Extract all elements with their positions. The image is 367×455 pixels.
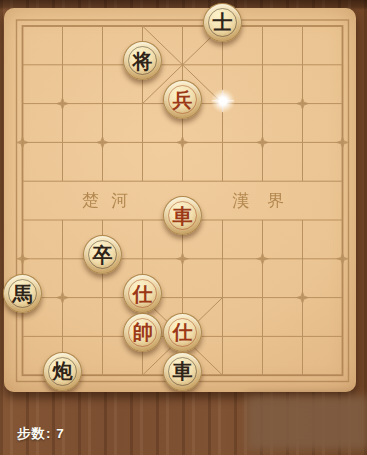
piece-black-general[interactable]: 将: [123, 45, 163, 84]
piece-black-soldier[interactable]: 卒: [83, 239, 123, 278]
piece-black-horse[interactable]: 馬: [3, 278, 43, 317]
last-move-sparkle-effect: [203, 84, 243, 123]
piece-red-advisor[interactable]: 仕: [123, 278, 163, 317]
sparkle-icon: [211, 89, 235, 113]
move-counter-value: 7: [56, 426, 65, 441]
piece-red-advisor[interactable]: 仕: [163, 317, 203, 356]
piece-glyph: 兵: [173, 90, 193, 110]
piece-glyph: 将: [133, 51, 153, 71]
piece-black-advisor[interactable]: 士: [203, 7, 243, 46]
xiangqi-game-screen: 楚河 漢界 士将兵車卒馬仕帥仕炮車 步数: 7: [0, 0, 367, 455]
piece-glyph: 馬: [13, 284, 33, 304]
piece-glyph: 車: [173, 206, 193, 226]
piece-black-cannon[interactable]: 炮: [43, 356, 83, 395]
piece-glyph: 士: [213, 12, 233, 32]
move-counter-label: 步数:: [17, 426, 52, 441]
piece-glyph: 仕: [173, 322, 193, 342]
piece-glyph: 車: [173, 361, 193, 381]
piece-glyph: 仕: [133, 284, 153, 304]
piece-red-chariot[interactable]: 車: [163, 201, 203, 240]
piece-red-general[interactable]: 帥: [123, 317, 163, 356]
piece-black-chariot[interactable]: 車: [163, 356, 203, 395]
pieces-grid: 士将兵車卒馬仕帥仕炮車: [3, 7, 363, 395]
piece-glyph: 炮: [53, 361, 73, 381]
piece-glyph: 卒: [93, 245, 113, 265]
status-bar: 步数: 7: [0, 392, 367, 455]
piece-glyph: 帥: [133, 322, 153, 342]
piece-red-soldier[interactable]: 兵: [163, 84, 203, 123]
move-counter: 步数: 7: [17, 425, 65, 443]
